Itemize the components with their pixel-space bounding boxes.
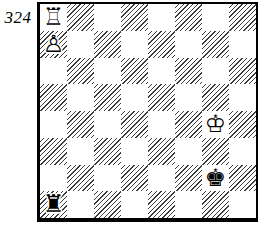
diagram-number: 324 [1,8,35,28]
square-a8: ♜♖ [40,4,67,31]
square-e5 [148,84,175,111]
square-b5 [67,84,94,111]
square-b4 [67,111,94,138]
square-a1: ♜♜ [40,191,67,218]
square-f2 [175,165,202,192]
square-f6 [175,58,202,85]
square-h3 [229,138,256,165]
square-h7 [229,31,256,58]
square-a6 [40,58,67,85]
square-d6 [121,58,148,85]
square-e4 [148,111,175,138]
square-e1 [148,191,175,218]
square-f1 [175,191,202,218]
square-e8 [148,4,175,31]
square-b7 [67,31,94,58]
square-a2 [40,165,67,192]
square-f5 [175,84,202,111]
square-f8 [175,4,202,31]
square-c5 [94,84,121,111]
chess-board: ♜♖♟♙♚♔♚♚♜♜ [37,2,258,222]
black-king-icon: ♚ [202,165,229,192]
square-d4 [121,111,148,138]
square-f3 [175,138,202,165]
square-h8 [229,4,256,31]
white-rook-icon: ♖ [40,4,67,31]
square-c2 [94,165,121,192]
square-h1 [229,191,256,218]
chess-diagram: 324 ♜♖♟♙♚♔♚♚♜♜ [0,0,262,225]
square-e6 [148,58,175,85]
square-d3 [121,138,148,165]
square-c7 [94,31,121,58]
square-a7: ♟♙ [40,31,67,58]
square-d7 [121,31,148,58]
square-f7 [175,31,202,58]
square-d5 [121,84,148,111]
square-g4: ♚♔ [202,111,229,138]
square-h4 [229,111,256,138]
piece-white-king-g4: ♚♔ [202,111,229,138]
square-g5 [202,84,229,111]
piece-black-rook-a1: ♜♜ [40,191,67,218]
square-e7 [148,31,175,58]
piece-white-pawn-a7: ♟♙ [40,31,67,58]
square-h5 [229,84,256,111]
square-b1 [67,191,94,218]
square-c6 [94,58,121,85]
square-a5 [40,84,67,111]
square-a3 [40,138,67,165]
square-d1 [121,191,148,218]
square-c8 [94,4,121,31]
piece-white-rook-a8: ♜♖ [40,4,67,31]
square-d8 [121,4,148,31]
square-g6 [202,58,229,85]
square-c1 [94,191,121,218]
square-e3 [148,138,175,165]
square-b6 [67,58,94,85]
square-a4 [40,111,67,138]
square-g1 [202,191,229,218]
square-f4 [175,111,202,138]
square-b2 [67,165,94,192]
white-king-icon: ♔ [202,111,229,138]
square-c3 [94,138,121,165]
black-rook-icon: ♜ [40,191,67,218]
square-b8 [67,4,94,31]
piece-black-king-g2: ♚♚ [202,165,229,192]
square-h6 [229,58,256,85]
square-g8 [202,4,229,31]
square-d2 [121,165,148,192]
square-c4 [94,111,121,138]
square-g7 [202,31,229,58]
square-e2 [148,165,175,192]
square-b3 [67,138,94,165]
square-h2 [229,165,256,192]
white-pawn-icon: ♙ [40,31,67,58]
square-g2: ♚♚ [202,165,229,192]
square-g3 [202,138,229,165]
